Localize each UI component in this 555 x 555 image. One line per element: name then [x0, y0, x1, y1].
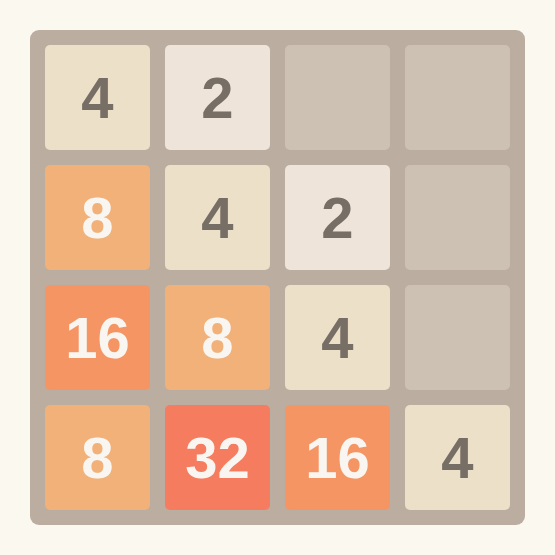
empty-cell [405, 285, 510, 390]
tile-4: 4 [285, 285, 390, 390]
game-board-2048[interactable]: 428421684832164 [30, 30, 525, 525]
tile-8: 8 [165, 285, 270, 390]
tile-4: 4 [45, 45, 150, 150]
tile-2: 2 [165, 45, 270, 150]
empty-cell [405, 45, 510, 150]
page-background: 428421684832164 [0, 0, 555, 555]
tile-2: 2 [285, 165, 390, 270]
tile-8: 8 [45, 405, 150, 510]
tile-4: 4 [165, 165, 270, 270]
empty-cell [285, 45, 390, 150]
tile-16: 16 [285, 405, 390, 510]
tile-4: 4 [405, 405, 510, 510]
tile-32: 32 [165, 405, 270, 510]
tile-8: 8 [45, 165, 150, 270]
empty-cell [405, 165, 510, 270]
tile-16: 16 [45, 285, 150, 390]
